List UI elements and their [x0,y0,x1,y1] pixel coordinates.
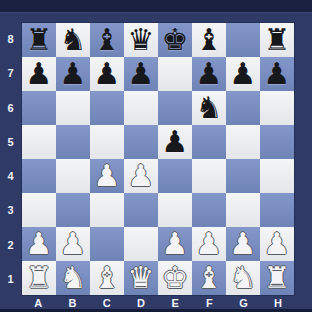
piece-white-pawn[interactable]: ♟ [26,227,53,261]
square-b3[interactable] [56,193,90,227]
square-h4[interactable] [260,159,294,193]
square-b4[interactable] [56,159,90,193]
square-c8[interactable]: ♝ [90,23,124,57]
file-label-f: F [192,296,226,310]
piece-black-pawn[interactable]: ♟ [60,57,87,91]
square-g6[interactable] [226,91,260,125]
square-h5[interactable] [260,125,294,159]
square-h7[interactable]: ♟ [260,57,294,91]
square-e3[interactable] [158,193,192,227]
file-label-h: H [261,296,295,310]
file-label-e: E [158,296,192,310]
piece-black-rook[interactable]: ♜ [264,23,291,57]
square-g5[interactable] [226,125,260,159]
square-f3[interactable] [192,193,226,227]
square-f2[interactable]: ♟ [192,227,226,261]
piece-white-pawn[interactable]: ♟ [60,227,87,261]
square-e4[interactable] [158,159,192,193]
square-f7[interactable]: ♟ [192,57,226,91]
square-d8[interactable]: ♛ [124,23,158,57]
piece-black-pawn[interactable]: ♟ [196,57,223,91]
piece-white-king[interactable]: ♚ [162,261,189,295]
square-d2[interactable] [124,227,158,261]
square-a8[interactable]: ♜ [22,23,56,57]
square-a2[interactable]: ♟ [22,227,56,261]
square-g1[interactable]: ♞ [226,261,260,295]
square-a3[interactable] [22,193,56,227]
piece-white-rook[interactable]: ♜ [26,261,53,295]
square-b5[interactable] [56,125,90,159]
square-b6[interactable] [56,91,90,125]
piece-white-pawn[interactable]: ♟ [128,159,155,193]
piece-black-bishop[interactable]: ♝ [94,23,121,57]
piece-black-rook[interactable]: ♜ [26,23,53,57]
file-labels: ABCDEFGH [21,296,295,310]
square-f8[interactable]: ♝ [192,23,226,57]
file-label-b: B [55,296,89,310]
rank-label-7: 7 [0,56,21,90]
square-d3[interactable] [124,193,158,227]
piece-black-bishop[interactable]: ♝ [196,23,223,57]
piece-black-pawn[interactable]: ♟ [128,57,155,91]
square-c3[interactable] [90,193,124,227]
piece-black-queen[interactable]: ♛ [128,23,155,57]
file-label-a: A [21,296,55,310]
square-e1[interactable]: ♚ [158,261,192,295]
square-d4[interactable]: ♟ [124,159,158,193]
file-label-g: G [227,296,261,310]
square-d6[interactable] [124,91,158,125]
square-c6[interactable] [90,91,124,125]
rank-labels: 87654321 [0,22,21,296]
piece-black-pawn[interactable]: ♟ [26,57,53,91]
square-g4[interactable] [226,159,260,193]
rank-label-3: 3 [0,193,21,227]
piece-white-rook[interactable]: ♜ [264,261,291,295]
piece-white-queen[interactable]: ♛ [128,261,155,295]
square-h1[interactable]: ♜ [260,261,294,295]
piece-white-pawn[interactable]: ♟ [196,227,223,261]
piece-white-pawn[interactable]: ♟ [162,227,189,261]
square-h6[interactable] [260,91,294,125]
square-c1[interactable]: ♝ [90,261,124,295]
square-h3[interactable] [260,193,294,227]
square-f1[interactable]: ♝ [192,261,226,295]
rank-label-6: 6 [0,91,21,125]
square-a1[interactable]: ♜ [22,261,56,295]
rank-label-1: 1 [0,262,21,296]
square-a5[interactable] [22,125,56,159]
square-g8[interactable] [226,23,260,57]
top-bar [0,0,312,13]
square-c2[interactable] [90,227,124,261]
rank-label-8: 8 [0,22,21,56]
square-h8[interactable]: ♜ [260,23,294,57]
square-b7[interactable]: ♟ [56,57,90,91]
file-label-d: D [124,296,158,310]
piece-black-pawn[interactable]: ♟ [162,125,189,159]
square-f5[interactable] [192,125,226,159]
rank-label-2: 2 [0,228,21,262]
square-d1[interactable]: ♛ [124,261,158,295]
piece-black-knight[interactable]: ♞ [196,91,223,125]
square-b2[interactable]: ♟ [56,227,90,261]
square-d5[interactable] [124,125,158,159]
square-g7[interactable]: ♟ [226,57,260,91]
piece-white-bishop[interactable]: ♝ [196,261,223,295]
chess-board: ♜♞♝♛♚♝♜♟♟♟♟♟♟♟♞♟♟♟♟♟♟♟♟♟♜♞♝♛♚♝♞♜ [21,22,295,296]
rank-label-4: 4 [0,159,21,193]
square-a4[interactable] [22,159,56,193]
square-c7[interactable]: ♟ [90,57,124,91]
square-f6[interactable]: ♞ [192,91,226,125]
piece-black-pawn[interactable]: ♟ [94,57,121,91]
rank-label-5: 5 [0,125,21,159]
square-d7[interactable]: ♟ [124,57,158,91]
square-e7[interactable] [158,57,192,91]
square-h2[interactable]: ♟ [260,227,294,261]
square-a6[interactable] [22,91,56,125]
square-a7[interactable]: ♟ [22,57,56,91]
square-e6[interactable] [158,91,192,125]
chess-app-window: 87654321 ♜♞♝♛♚♝♜♟♟♟♟♟♟♟♞♟♟♟♟♟♟♟♟♟♜♞♝♛♚♝♞… [0,0,312,312]
file-label-c: C [90,296,124,310]
square-e8[interactable]: ♚ [158,23,192,57]
square-f4[interactable] [192,159,226,193]
piece-white-bishop[interactable]: ♝ [94,261,121,295]
square-e2[interactable]: ♟ [158,227,192,261]
piece-white-pawn[interactable]: ♟ [94,159,121,193]
square-c5[interactable] [90,125,124,159]
piece-black-pawn[interactable]: ♟ [264,57,291,91]
square-b1[interactable]: ♞ [56,261,90,295]
piece-black-knight[interactable]: ♞ [60,23,87,57]
piece-black-king[interactable]: ♚ [162,23,189,57]
square-c4[interactable]: ♟ [90,159,124,193]
piece-white-knight[interactable]: ♞ [60,261,87,295]
piece-white-pawn[interactable]: ♟ [230,227,257,261]
square-e5[interactable]: ♟ [158,125,192,159]
piece-black-pawn[interactable]: ♟ [230,57,257,91]
square-g3[interactable] [226,193,260,227]
square-b8[interactable]: ♞ [56,23,90,57]
piece-white-knight[interactable]: ♞ [230,261,257,295]
piece-white-pawn[interactable]: ♟ [264,227,291,261]
square-g2[interactable]: ♟ [226,227,260,261]
